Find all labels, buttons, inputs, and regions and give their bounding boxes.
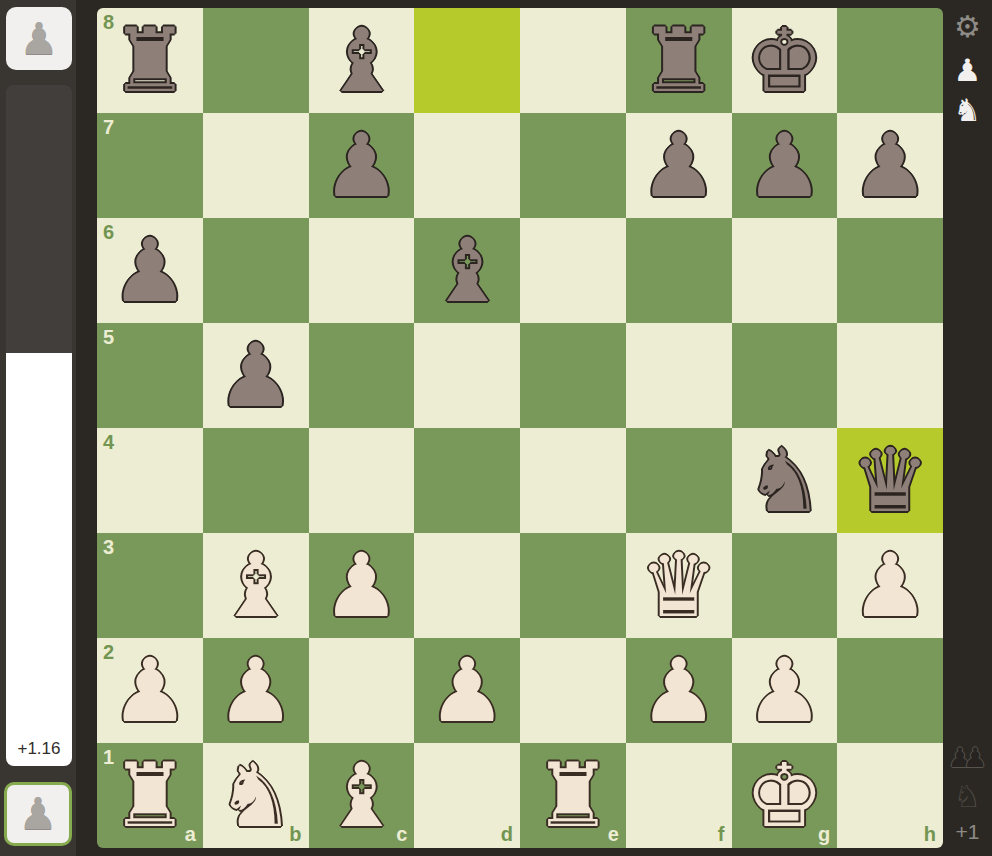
file-label-e: e [608,823,619,846]
square-e1[interactable]: e♜ [520,743,626,848]
square-b3[interactable]: ♝ [203,533,309,638]
black-king-g8[interactable]: ♚ [732,8,838,113]
file-label-d: d [501,823,513,846]
white-pawn-d2[interactable]: ♟ [414,638,520,743]
white-pawn-c3[interactable]: ♟ [309,533,415,638]
right-sidebar-bottom-icons: ♟ ♟ ♘ +1 [948,744,987,844]
black-pawn-h7[interactable]: ♟ [837,113,943,218]
rank-label-7: 7 [103,116,114,139]
square-h5[interactable] [837,323,943,428]
evaluation-value: +1.16 [6,739,72,759]
square-g2[interactable]: ♟ [732,638,838,743]
rank-label-4: 4 [103,431,114,454]
square-c7[interactable]: ♟ [309,113,415,218]
rank-label-1: 1 [103,746,114,769]
right-sidebar-top-icons: ⚙ ♟ ♞ [954,12,982,126]
square-b1[interactable]: b♞ [203,743,309,848]
players-pair-icon-right: ♟ [963,744,987,771]
file-label-f: f [718,823,725,846]
square-b5[interactable]: ♟ [203,323,309,428]
white-pawn-b2[interactable]: ♟ [203,638,309,743]
square-c6[interactable] [309,218,415,323]
white-queen-f3[interactable]: ♛ [626,533,732,638]
square-g8[interactable]: ♚ [732,8,838,113]
square-h2[interactable] [837,638,943,743]
square-f5[interactable] [626,323,732,428]
square-a2[interactable]: 2♟ [97,638,203,743]
square-a3[interactable]: 3 [97,533,203,638]
square-a7[interactable]: 7 [97,113,203,218]
square-c1[interactable]: c♝ [309,743,415,848]
file-label-h: h [924,823,936,846]
square-h1[interactable]: h [837,743,943,848]
square-e3[interactable] [520,533,626,638]
file-label-b: b [289,823,301,846]
square-d7[interactable] [414,113,520,218]
square-f6[interactable] [626,218,732,323]
black-bishop-c8[interactable]: ♝ [309,8,415,113]
square-c5[interactable] [309,323,415,428]
white-player-tile: ♟ [4,782,72,846]
rank-label-6: 6 [103,221,114,244]
square-d5[interactable] [414,323,520,428]
square-e2[interactable] [520,638,626,743]
white-pawn-g2[interactable]: ♟ [732,638,838,743]
square-d4[interactable] [414,428,520,533]
rank-label-8: 8 [103,11,114,34]
white-player-pawn-icon: ♟ [18,792,57,836]
rank-label-5: 5 [103,326,114,349]
square-b4[interactable] [203,428,309,533]
white-pawn-h3[interactable]: ♟ [837,533,943,638]
square-g3[interactable] [732,533,838,638]
square-h7[interactable]: ♟ [837,113,943,218]
black-knight-g4[interactable]: ♞ [732,428,838,533]
rank-label-3: 3 [103,536,114,559]
evaluation-bar-white-section [6,353,72,766]
square-d6[interactable]: ♝ [414,218,520,323]
white-bishop-b3[interactable]: ♝ [203,533,309,638]
square-h6[interactable] [837,218,943,323]
black-bishop-d6[interactable]: ♝ [414,218,520,323]
evaluation-bar-black-section [6,85,72,353]
settings-gear-icon[interactable]: ⚙ [954,12,981,42]
rank-label-2: 2 [103,641,114,664]
left-sidebar: ♟ +1.16 ♟ [0,0,76,856]
file-label-a: a [185,823,196,846]
square-g6[interactable] [732,218,838,323]
black-player-pawn-icon: ♟ [19,17,58,61]
square-a5[interactable]: 5 [97,323,203,428]
square-g1[interactable]: g♚ [732,743,838,848]
black-player-tile: ♟ [6,7,72,70]
square-c4[interactable] [309,428,415,533]
square-a8[interactable]: 8♜ [97,8,203,113]
square-f3[interactable]: ♛ [626,533,732,638]
square-g7[interactable]: ♟ [732,113,838,218]
square-e5[interactable] [520,323,626,428]
square-b7[interactable] [203,113,309,218]
chess-board: 8♜♝♜♚7♟♟♟♟6♟♝5♟4♞♛3♝♟♛♟2♟♟♟♟♟1a♜b♞c♝de♜f… [97,8,943,848]
square-d2[interactable]: ♟ [414,638,520,743]
square-b2[interactable]: ♟ [203,638,309,743]
square-d8[interactable] [414,8,520,113]
square-h8[interactable] [837,8,943,113]
evaluation-bar: +1.16 [6,85,72,766]
black-pawn-c7[interactable]: ♟ [309,113,415,218]
square-f4[interactable] [626,428,732,533]
square-b6[interactable] [203,218,309,323]
square-c3[interactable]: ♟ [309,533,415,638]
white-pawn-f2[interactable]: ♟ [626,638,732,743]
square-f8[interactable]: ♜ [626,8,732,113]
black-pawn-b5[interactable]: ♟ [203,323,309,428]
square-a6[interactable]: 6♟ [97,218,203,323]
square-a4[interactable]: 4 [97,428,203,533]
square-f7[interactable]: ♟ [626,113,732,218]
file-label-g: g [818,823,830,846]
knight-outline-icon[interactable]: ♘ [954,781,982,812]
players-pair-icon[interactable]: ♟ ♟ [948,744,987,771]
square-a1[interactable]: 1a♜ [97,743,203,848]
black-rook-f8[interactable]: ♜ [626,8,732,113]
square-e4[interactable] [520,428,626,533]
square-f1[interactable]: f [626,743,732,848]
square-f2[interactable]: ♟ [626,638,732,743]
black-pawn-g7[interactable]: ♟ [732,113,838,218]
square-d3[interactable] [414,533,520,638]
square-c2[interactable] [309,638,415,743]
square-e7[interactable] [520,113,626,218]
pawn-icon[interactable]: ♟ [954,55,982,86]
square-e8[interactable] [520,8,626,113]
square-c8[interactable]: ♝ [309,8,415,113]
file-label-c: c [396,823,407,846]
black-pawn-f7[interactable]: ♟ [626,113,732,218]
square-h3[interactable]: ♟ [837,533,943,638]
black-queen-h4[interactable]: ♛ [837,428,943,533]
square-b8[interactable] [203,8,309,113]
square-d1[interactable]: d [414,743,520,848]
extra-count-label: +1 [956,820,980,844]
square-e6[interactable] [520,218,626,323]
square-g4[interactable]: ♞ [732,428,838,533]
square-h4[interactable]: ♛ [837,428,943,533]
square-g5[interactable] [732,323,838,428]
right-sidebar: ⚙ ♟ ♞ ♟ ♟ ♘ +1 [943,0,992,856]
knight-icon[interactable]: ♞ [954,95,982,126]
